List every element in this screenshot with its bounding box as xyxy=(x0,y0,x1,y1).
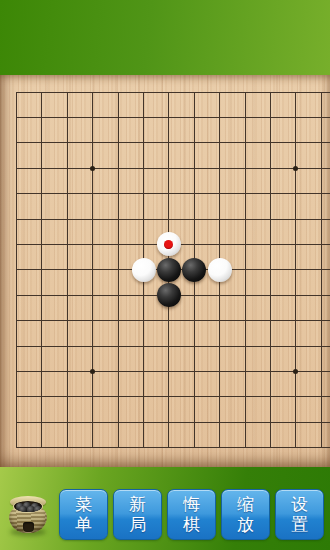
white-stone xyxy=(208,258,232,282)
board-grid-line xyxy=(16,371,330,372)
app-screen: 菜 单 新 局 悔 棋 缩 放 设 置 xyxy=(0,0,330,550)
new-game-button[interactable]: 新 局 xyxy=(113,489,162,540)
star-point xyxy=(293,166,298,171)
black-stone xyxy=(157,283,181,307)
board-grid-line xyxy=(16,396,330,397)
white-stone xyxy=(132,258,156,282)
toolbar: 菜 单 新 局 悔 棋 缩 放 设 置 xyxy=(0,467,330,550)
board-grid-line xyxy=(16,422,330,423)
last-move-marker xyxy=(164,240,173,249)
top-background xyxy=(0,0,330,75)
zoom-button[interactable]: 缩 放 xyxy=(221,489,270,540)
new-game-button-label2: 局 xyxy=(129,515,146,535)
settings-button-label2: 置 xyxy=(291,515,308,535)
black-stone xyxy=(157,258,181,282)
undo-button[interactable]: 悔 棋 xyxy=(167,489,216,540)
undo-button-label2: 棋 xyxy=(183,515,200,535)
board-grid-line xyxy=(16,219,330,220)
black-stone xyxy=(182,258,206,282)
menu-button[interactable]: 菜 单 xyxy=(59,489,108,540)
white-stone xyxy=(157,232,181,256)
menu-button-label: 菜 xyxy=(75,495,92,515)
toolbar-buttons: 菜 单 新 局 悔 棋 缩 放 设 置 xyxy=(59,489,324,540)
board-grid-line xyxy=(16,92,330,93)
zoom-button-label2: 放 xyxy=(237,515,254,535)
stone-bowl-icon[interactable] xyxy=(9,495,47,537)
star-point xyxy=(90,166,95,171)
settings-button[interactable]: 设 置 xyxy=(275,489,324,540)
gomoku-board[interactable] xyxy=(0,75,330,467)
undo-button-label: 悔 xyxy=(183,495,200,515)
board-grid-line xyxy=(16,142,330,143)
bowl-opening xyxy=(13,500,43,513)
settings-button-label: 设 xyxy=(291,495,308,515)
bowl-notch xyxy=(23,522,34,532)
star-point xyxy=(90,369,95,374)
board-grid-line xyxy=(16,193,330,194)
star-point xyxy=(293,369,298,374)
board-grid-line xyxy=(16,447,330,448)
board-grid-line xyxy=(16,346,330,347)
board-grid-line xyxy=(16,168,330,169)
menu-button-label2: 单 xyxy=(75,515,92,535)
board-grid-line xyxy=(16,320,330,321)
new-game-button-label: 新 xyxy=(129,495,146,515)
zoom-button-label: 缩 xyxy=(237,495,254,515)
board-grid-line xyxy=(16,117,330,118)
